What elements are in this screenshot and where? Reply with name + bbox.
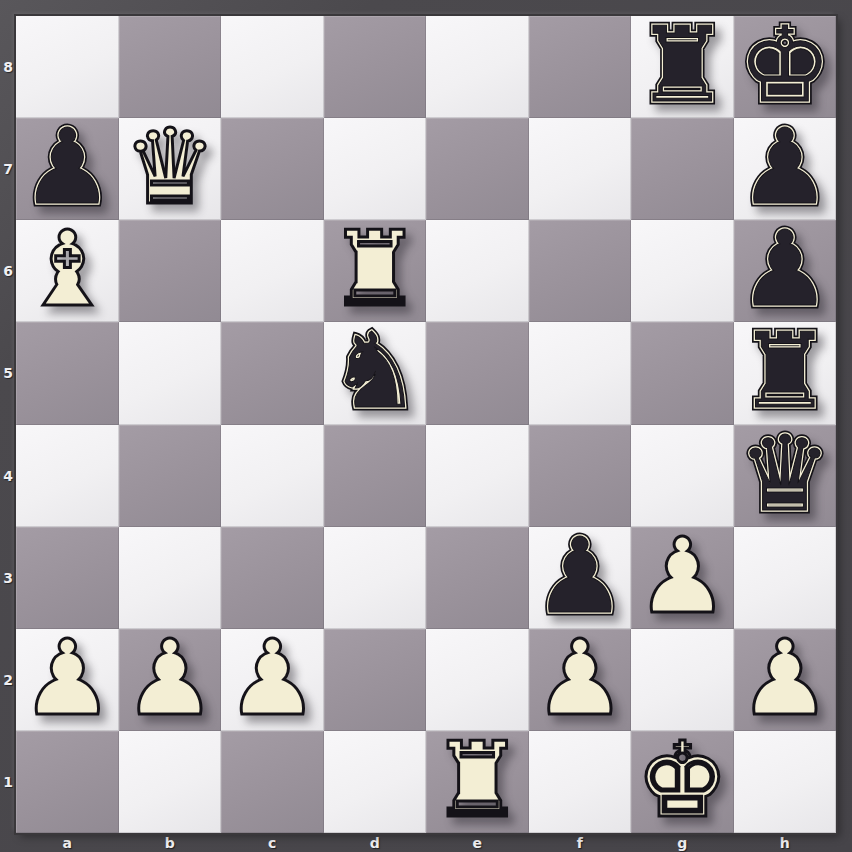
square-a7[interactable]: ♟♟♟ xyxy=(16,118,119,220)
piece-black-pawn[interactable]: ♟♟♟ xyxy=(734,118,837,220)
square-e4[interactable] xyxy=(426,425,529,527)
piece-white-king[interactable]: ♚♚ xyxy=(631,731,734,833)
square-b1[interactable] xyxy=(119,731,222,833)
square-f7[interactable] xyxy=(529,118,632,220)
square-h5[interactable]: ♜♜♜ xyxy=(734,322,837,424)
square-h4[interactable]: ♛♛♛ xyxy=(734,425,837,527)
square-f4[interactable] xyxy=(529,425,632,527)
square-e5[interactable] xyxy=(426,322,529,424)
square-b4[interactable] xyxy=(119,425,222,527)
square-e7[interactable] xyxy=(426,118,529,220)
square-c6[interactable] xyxy=(221,220,324,322)
square-f6[interactable] xyxy=(529,220,632,322)
square-h6[interactable]: ♟♟♟ xyxy=(734,220,837,322)
file-label-h: h xyxy=(780,835,790,851)
square-c8[interactable] xyxy=(221,16,324,118)
rank-label-7: 7 xyxy=(3,161,13,177)
square-b8[interactable] xyxy=(119,16,222,118)
square-g5[interactable] xyxy=(631,322,734,424)
rank-label-1: 1 xyxy=(3,774,13,790)
piece-white-rook[interactable]: ♜♜ xyxy=(324,220,427,322)
rank-label-8: 8 xyxy=(3,59,13,75)
square-d8[interactable] xyxy=(324,16,427,118)
square-g6[interactable] xyxy=(631,220,734,322)
square-b5[interactable] xyxy=(119,322,222,424)
square-e6[interactable] xyxy=(426,220,529,322)
piece-white-pawn[interactable]: ♟♟ xyxy=(734,629,837,731)
file-label-b: b xyxy=(165,835,175,851)
square-e8[interactable] xyxy=(426,16,529,118)
square-a1[interactable] xyxy=(16,731,119,833)
square-f5[interactable] xyxy=(529,322,632,424)
piece-black-pawn[interactable]: ♟♟♟ xyxy=(529,527,632,629)
square-c5[interactable] xyxy=(221,322,324,424)
board: ♜♜♜♚♚♚♟♟♟♛♛♟♟♟♝♝♜♜♟♟♟♞♞♞♜♜♜♛♛♛♟♟♟♟♟♟♟♟♟♟… xyxy=(16,16,836,833)
square-f1[interactable] xyxy=(529,731,632,833)
square-d1[interactable] xyxy=(324,731,427,833)
square-a3[interactable] xyxy=(16,527,119,629)
rank-label-3: 3 xyxy=(3,570,13,586)
square-g3[interactable]: ♟♟ xyxy=(631,527,734,629)
piece-white-queen[interactable]: ♛♛ xyxy=(119,118,222,220)
square-a6[interactable]: ♝♝ xyxy=(16,220,119,322)
square-a8[interactable] xyxy=(16,16,119,118)
rank-label-4: 4 xyxy=(3,468,13,484)
file-label-d: d xyxy=(370,835,380,851)
square-f2[interactable]: ♟♟ xyxy=(529,629,632,731)
piece-white-bishop[interactable]: ♝♝ xyxy=(16,220,119,322)
piece-white-pawn[interactable]: ♟♟ xyxy=(529,629,632,731)
square-e1[interactable]: ♜♜ xyxy=(426,731,529,833)
rank-labels: 87654321 xyxy=(0,16,16,833)
square-e2[interactable] xyxy=(426,629,529,731)
square-d4[interactable] xyxy=(324,425,427,527)
square-c7[interactable] xyxy=(221,118,324,220)
square-c1[interactable] xyxy=(221,731,324,833)
square-e3[interactable] xyxy=(426,527,529,629)
rank-label-5: 5 xyxy=(3,365,13,381)
file-label-f: f xyxy=(577,835,583,851)
square-f3[interactable]: ♟♟♟ xyxy=(529,527,632,629)
square-g2[interactable] xyxy=(631,629,734,731)
square-h3[interactable] xyxy=(734,527,837,629)
square-c3[interactable] xyxy=(221,527,324,629)
file-label-c: c xyxy=(268,835,276,851)
square-d6[interactable]: ♜♜ xyxy=(324,220,427,322)
square-a4[interactable] xyxy=(16,425,119,527)
piece-black-pawn[interactable]: ♟♟♟ xyxy=(16,118,119,220)
square-g4[interactable] xyxy=(631,425,734,527)
square-d3[interactable] xyxy=(324,527,427,629)
piece-black-rook[interactable]: ♜♜♜ xyxy=(631,16,734,118)
piece-white-pawn[interactable]: ♟♟ xyxy=(221,629,324,731)
square-g8[interactable]: ♜♜♜ xyxy=(631,16,734,118)
piece-black-knight[interactable]: ♞♞♞ xyxy=(324,322,427,424)
square-b3[interactable] xyxy=(119,527,222,629)
piece-white-pawn[interactable]: ♟♟ xyxy=(16,629,119,731)
square-h1[interactable] xyxy=(734,731,837,833)
square-h2[interactable]: ♟♟ xyxy=(734,629,837,731)
chessboard-window: 87654321 abcdefgh ♜♜♜♚♚♚♟♟♟♛♛♟♟♟♝♝♜♜♟♟♟♞… xyxy=(0,0,852,852)
rank-label-6: 6 xyxy=(3,263,13,279)
square-h8[interactable]: ♚♚♚ xyxy=(734,16,837,118)
square-f8[interactable] xyxy=(529,16,632,118)
square-h7[interactable]: ♟♟♟ xyxy=(734,118,837,220)
piece-white-rook[interactable]: ♜♜ xyxy=(426,731,529,833)
file-label-a: a xyxy=(63,835,72,851)
square-a5[interactable] xyxy=(16,322,119,424)
piece-white-pawn[interactable]: ♟♟ xyxy=(631,527,734,629)
square-g1[interactable]: ♚♚ xyxy=(631,731,734,833)
square-d2[interactable] xyxy=(324,629,427,731)
piece-black-pawn[interactable]: ♟♟♟ xyxy=(734,220,837,322)
piece-black-king[interactable]: ♚♚♚ xyxy=(734,16,837,118)
square-b7[interactable]: ♛♛ xyxy=(119,118,222,220)
piece-black-queen[interactable]: ♛♛♛ xyxy=(734,425,837,527)
square-c4[interactable] xyxy=(221,425,324,527)
square-a2[interactable]: ♟♟ xyxy=(16,629,119,731)
piece-white-pawn[interactable]: ♟♟ xyxy=(119,629,222,731)
square-b2[interactable]: ♟♟ xyxy=(119,629,222,731)
piece-black-rook[interactable]: ♜♜♜ xyxy=(734,322,837,424)
square-c2[interactable]: ♟♟ xyxy=(221,629,324,731)
square-d7[interactable] xyxy=(324,118,427,220)
square-b6[interactable] xyxy=(119,220,222,322)
square-g7[interactable] xyxy=(631,118,734,220)
square-d5[interactable]: ♞♞♞ xyxy=(324,322,427,424)
rank-label-2: 2 xyxy=(3,672,13,688)
